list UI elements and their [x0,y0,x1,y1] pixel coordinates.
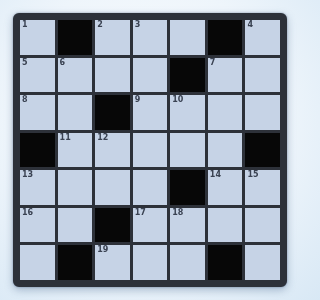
white-cell-r6c4[interactable]: 17 [133,208,168,243]
clue-number-15: 15 [247,170,258,180]
white-cell-r5c3[interactable] [95,170,130,205]
white-cell-r5c6[interactable]: 14 [208,170,243,205]
white-cell-r4c4[interactable] [133,133,168,168]
white-cell-r3c6[interactable] [208,95,243,130]
clue-number-10: 10 [172,95,183,105]
white-cell-r6c2[interactable] [58,208,93,243]
white-cell-r2c7[interactable] [245,58,280,93]
white-cell-r1c3[interactable]: 2 [95,20,130,55]
white-cell-r4c6[interactable] [208,133,243,168]
white-cell-r4c2[interactable]: 11 [58,133,93,168]
white-cell-r7c3[interactable]: 19 [95,245,130,280]
white-cell-r2c4[interactable] [133,58,168,93]
black-cell-r6c3 [95,208,130,243]
clue-number-9: 9 [135,95,141,105]
white-cell-r6c7[interactable] [245,208,280,243]
white-cell-r5c1[interactable]: 13 [20,170,55,205]
clue-number-17: 17 [135,208,146,218]
white-cell-r6c6[interactable] [208,208,243,243]
white-cell-r2c3[interactable] [95,58,130,93]
clue-number-4: 4 [247,20,253,30]
clue-number-12: 12 [97,133,108,143]
white-cell-r5c7[interactable]: 15 [245,170,280,205]
clue-number-2: 2 [97,20,103,30]
white-cell-r3c4[interactable]: 9 [133,95,168,130]
clue-number-11: 11 [60,133,71,143]
white-cell-r1c5[interactable] [170,20,205,55]
clue-number-16: 16 [22,208,33,218]
black-cell-r4c7 [245,133,280,168]
white-cell-r6c5[interactable]: 18 [170,208,205,243]
white-cell-r3c2[interactable] [58,95,93,130]
clue-number-14: 14 [210,170,221,180]
black-cell-r5c5 [170,170,205,205]
white-cell-r7c4[interactable] [133,245,168,280]
clue-number-6: 6 [60,58,66,68]
white-cell-r6c1[interactable]: 16 [20,208,55,243]
black-cell-r3c3 [95,95,130,130]
clue-number-13: 13 [22,170,33,180]
white-cell-r7c7[interactable] [245,245,280,280]
white-cell-r3c1[interactable]: 8 [20,95,55,130]
white-cell-r4c5[interactable] [170,133,205,168]
page-background: 12345678910111213141516171819 [0,0,300,300]
black-cell-r4c1 [20,133,55,168]
black-cell-r7c6 [208,245,243,280]
white-cell-r3c7[interactable] [245,95,280,130]
white-cell-r1c7[interactable]: 4 [245,20,280,55]
white-cell-r7c1[interactable] [20,245,55,280]
white-cell-r1c4[interactable]: 3 [133,20,168,55]
clue-number-19: 19 [97,245,108,255]
crossword-grid: 12345678910111213141516171819 [13,13,287,287]
clue-number-8: 8 [22,95,28,105]
black-cell-r1c2 [58,20,93,55]
black-cell-r7c2 [58,245,93,280]
white-cell-r5c2[interactable] [58,170,93,205]
clue-number-5: 5 [22,58,28,68]
black-cell-r2c5 [170,58,205,93]
white-cell-r2c1[interactable]: 5 [20,58,55,93]
white-cell-r5c4[interactable] [133,170,168,205]
white-cell-r1c1[interactable]: 1 [20,20,55,55]
clue-number-1: 1 [22,20,28,30]
white-cell-r2c6[interactable]: 7 [208,58,243,93]
white-cell-r2c2[interactable]: 6 [58,58,93,93]
black-cell-r1c6 [208,20,243,55]
white-cell-r7c5[interactable] [170,245,205,280]
clue-number-3: 3 [135,20,141,30]
white-cell-r3c5[interactable]: 10 [170,95,205,130]
clue-number-18: 18 [172,208,183,218]
clue-number-7: 7 [210,58,216,68]
white-cell-r4c3[interactable]: 12 [95,133,130,168]
